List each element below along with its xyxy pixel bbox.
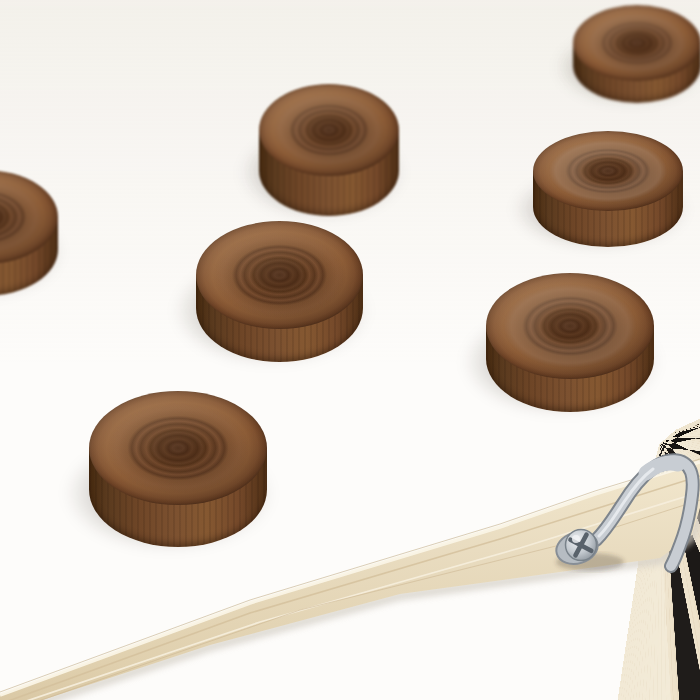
checker-piece <box>573 5 700 103</box>
board-photo-scene: ABCDEFGH <box>0 0 700 700</box>
square <box>651 425 654 433</box>
piece-top-rings <box>533 131 683 211</box>
square <box>253 413 643 444</box>
square <box>649 431 654 437</box>
file-label-g: G <box>652 439 654 441</box>
square <box>663 445 666 448</box>
checker-piece <box>89 391 267 547</box>
square <box>664 442 668 445</box>
square <box>632 435 649 441</box>
square <box>646 436 652 440</box>
square <box>666 448 683 461</box>
file-label-e: E <box>644 440 650 443</box>
checker-piece <box>0 170 58 296</box>
checker-piece <box>259 84 399 216</box>
piece-top-rings <box>89 391 267 505</box>
square <box>642 415 653 433</box>
square <box>665 444 672 448</box>
piece-top-rings <box>196 221 363 329</box>
file-label-f: F <box>649 439 652 441</box>
checkers-board: ABCDEFGH <box>651 430 676 477</box>
piece-dust-sheen <box>196 221 363 329</box>
board-grid <box>655 432 680 476</box>
square <box>653 436 655 438</box>
file-label-c: C <box>503 445 639 481</box>
piece-top-rings <box>486 273 654 379</box>
piece-dust-sheen <box>573 5 700 81</box>
checker-piece <box>533 131 683 247</box>
square <box>662 442 664 444</box>
square <box>664 441 667 443</box>
square <box>670 437 695 443</box>
square <box>666 441 674 445</box>
piece-dust-sheen <box>533 131 683 211</box>
square <box>668 443 689 450</box>
square <box>637 425 651 436</box>
square <box>668 437 678 441</box>
piece-top-rings <box>573 5 700 81</box>
file-label-h: H <box>654 438 655 439</box>
square <box>672 427 700 438</box>
square <box>664 448 669 454</box>
checker-piece <box>486 273 654 412</box>
square <box>665 440 670 443</box>
phillips-cross-icon <box>562 526 600 564</box>
square <box>253 413 695 450</box>
file-label-d: D <box>631 441 647 446</box>
border-line <box>657 434 671 438</box>
piece-dust-sheen <box>89 391 267 505</box>
square <box>663 443 665 445</box>
piece-dust-sheen <box>259 84 399 176</box>
square <box>653 432 655 436</box>
checker-piece <box>196 221 363 362</box>
file-label-a: A <box>683 289 700 430</box>
piece-top-rings <box>259 84 399 176</box>
square <box>664 452 677 473</box>
square <box>651 436 654 439</box>
piece-dust-sheen <box>486 273 654 379</box>
